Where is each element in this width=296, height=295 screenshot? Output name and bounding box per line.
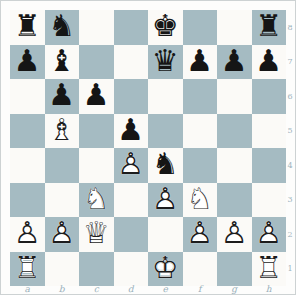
white-pawn-a2: ♟♙ <box>10 217 45 252</box>
rank-label-8: 8 <box>285 10 295 45</box>
black-queen-e7: ♛ <box>148 45 183 80</box>
square-h6[interactable] <box>252 79 287 114</box>
file-labels: abcdefgh <box>10 284 286 294</box>
rank-label-4: 4 <box>285 148 295 183</box>
white-knight-c3: ♞♘ <box>79 183 114 218</box>
rank-label-1: 1 <box>285 252 295 287</box>
square-d6[interactable] <box>114 79 149 114</box>
square-g5[interactable] <box>217 114 252 149</box>
square-e4[interactable]: ♞ <box>148 148 183 183</box>
square-h7[interactable]: ♟ <box>252 45 287 80</box>
square-f2[interactable]: ♟♙ <box>183 217 218 252</box>
file-label-f: f <box>183 284 218 294</box>
square-g1[interactable] <box>217 252 252 287</box>
square-g3[interactable] <box>217 183 252 218</box>
white-king-e1: ♚♔ <box>148 252 183 287</box>
square-d7[interactable] <box>114 45 149 80</box>
square-g4[interactable] <box>217 148 252 183</box>
square-c3[interactable]: ♞♘ <box>79 183 114 218</box>
square-a3[interactable] <box>10 183 45 218</box>
black-pawn-h7: ♟ <box>252 45 287 80</box>
square-c4[interactable] <box>79 148 114 183</box>
black-rook-a8: ♜ <box>10 10 45 45</box>
white-rook-a1: ♜♖ <box>10 252 45 287</box>
white-queen-c2: ♛♕ <box>79 217 114 252</box>
file-label-h: h <box>252 284 287 294</box>
black-pawn-a7: ♟ <box>10 45 45 80</box>
rank-label-7: 7 <box>285 45 295 80</box>
square-f4[interactable] <box>183 148 218 183</box>
square-a4[interactable] <box>10 148 45 183</box>
square-b8[interactable]: ♞ <box>45 10 80 45</box>
square-b7[interactable]: ♝ <box>45 45 80 80</box>
white-knight-f3: ♞♘ <box>183 183 218 218</box>
chess-board-diagram: ♜♞♚♜♟♝♛♟♟♟♟♟♝♗♟♟♙♞♞♘♟♙♞♘♟♙♟♙♛♕♟♙♟♙♟♙♜♖♚♔… <box>0 0 296 295</box>
square-c5[interactable] <box>79 114 114 149</box>
white-pawn-f2: ♟♙ <box>183 217 218 252</box>
black-knight-b8: ♞ <box>45 10 80 45</box>
black-pawn-g7: ♟ <box>217 45 252 80</box>
square-e1[interactable]: ♚♔ <box>148 252 183 287</box>
square-d2[interactable] <box>114 217 149 252</box>
black-pawn-b6: ♟ <box>45 79 80 114</box>
square-a2[interactable]: ♟♙ <box>10 217 45 252</box>
square-c8[interactable] <box>79 10 114 45</box>
square-e3[interactable]: ♟♙ <box>148 183 183 218</box>
square-e8[interactable]: ♚ <box>148 10 183 45</box>
black-king-e8: ♚ <box>148 10 183 45</box>
square-g8[interactable] <box>217 10 252 45</box>
square-f8[interactable] <box>183 10 218 45</box>
file-label-g: g <box>217 284 252 294</box>
square-d5[interactable]: ♟ <box>114 114 149 149</box>
square-b1[interactable] <box>45 252 80 287</box>
square-h2[interactable]: ♟♙ <box>252 217 287 252</box>
black-pawn-d5: ♟ <box>114 114 149 149</box>
square-d3[interactable] <box>114 183 149 218</box>
square-a5[interactable] <box>10 114 45 149</box>
chess-board: ♜♞♚♜♟♝♛♟♟♟♟♟♝♗♟♟♙♞♞♘♟♙♞♘♟♙♟♙♛♕♟♙♟♙♟♙♜♖♚♔… <box>10 10 286 286</box>
square-h5[interactable] <box>252 114 287 149</box>
square-g7[interactable]: ♟ <box>217 45 252 80</box>
square-h8[interactable]: ♜ <box>252 10 287 45</box>
square-f6[interactable] <box>183 79 218 114</box>
square-c1[interactable] <box>79 252 114 287</box>
square-d8[interactable] <box>114 10 149 45</box>
square-b5[interactable]: ♝♗ <box>45 114 80 149</box>
rank-label-5: 5 <box>285 114 295 149</box>
square-b2[interactable]: ♟♙ <box>45 217 80 252</box>
square-h3[interactable] <box>252 183 287 218</box>
square-b4[interactable] <box>45 148 80 183</box>
file-label-e: e <box>148 284 183 294</box>
square-f7[interactable]: ♟ <box>183 45 218 80</box>
rank-label-6: 6 <box>285 79 295 114</box>
square-e5[interactable] <box>148 114 183 149</box>
square-d4[interactable]: ♟♙ <box>114 148 149 183</box>
square-e7[interactable]: ♛ <box>148 45 183 80</box>
square-c6[interactable]: ♟ <box>79 79 114 114</box>
square-c2[interactable]: ♛♕ <box>79 217 114 252</box>
square-f5[interactable] <box>183 114 218 149</box>
square-b6[interactable]: ♟ <box>45 79 80 114</box>
rank-labels: 87654321 <box>285 10 295 286</box>
square-a7[interactable]: ♟ <box>10 45 45 80</box>
square-e6[interactable] <box>148 79 183 114</box>
black-bishop-b7: ♝ <box>45 45 80 80</box>
square-a8[interactable]: ♜ <box>10 10 45 45</box>
square-f1[interactable] <box>183 252 218 287</box>
square-a6[interactable] <box>10 79 45 114</box>
square-h1[interactable]: ♜♖ <box>252 252 287 287</box>
file-label-a: a <box>10 284 45 294</box>
file-label-d: d <box>114 284 149 294</box>
square-e2[interactable] <box>148 217 183 252</box>
file-label-c: c <box>79 284 114 294</box>
black-rook-h8: ♜ <box>252 10 287 45</box>
white-bishop-b5: ♝♗ <box>45 114 80 149</box>
square-f3[interactable]: ♞♘ <box>183 183 218 218</box>
black-knight-e4: ♞ <box>148 148 183 183</box>
rank-label-2: 2 <box>285 217 295 252</box>
square-a1[interactable]: ♜♖ <box>10 252 45 287</box>
white-pawn-d4: ♟♙ <box>114 148 149 183</box>
white-pawn-b2: ♟♙ <box>45 217 80 252</box>
square-g6[interactable] <box>217 79 252 114</box>
rank-label-3: 3 <box>285 183 295 218</box>
black-pawn-f7: ♟ <box>183 45 218 80</box>
white-pawn-e3: ♟♙ <box>148 183 183 218</box>
square-c7[interactable] <box>79 45 114 80</box>
square-b3[interactable] <box>45 183 80 218</box>
square-h4[interactable] <box>252 148 287 183</box>
black-pawn-c6: ♟ <box>79 79 114 114</box>
file-label-b: b <box>45 284 80 294</box>
white-pawn-h2: ♟♙ <box>252 217 287 252</box>
white-rook-h1: ♜♖ <box>252 252 287 287</box>
square-g2[interactable]: ♟♙ <box>217 217 252 252</box>
square-d1[interactable] <box>114 252 149 287</box>
white-pawn-g2: ♟♙ <box>217 217 252 252</box>
